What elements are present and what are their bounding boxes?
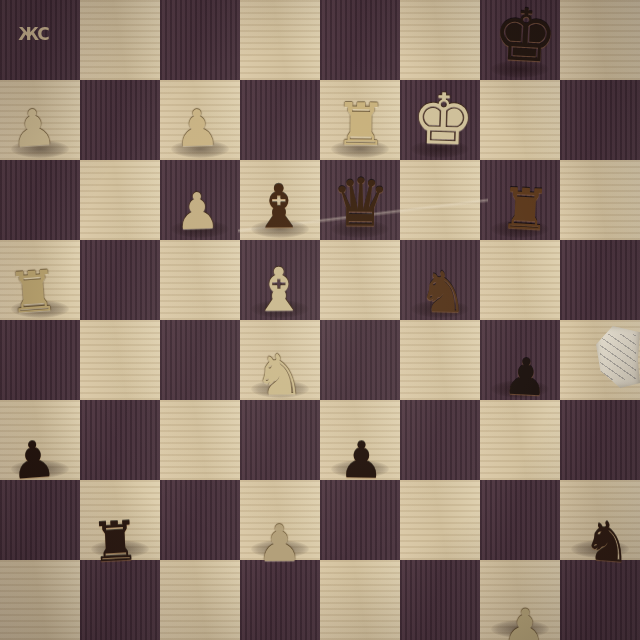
square-f3[interactable] [400,400,480,480]
piece-c7-white-pawn[interactable]: ♟ [160,80,240,160]
white-bishop-glyph: ♝ [252,261,306,319]
piece-f7-white-king[interactable]: ♚ [400,80,480,160]
white-rook-glyph: ♜ [335,97,388,153]
white-pawn-glyph: ♟ [502,604,547,640]
square-b5[interactable] [80,240,160,320]
square-b6[interactable] [80,160,160,240]
square-a6[interactable] [0,160,80,240]
piece-a3-black-pawn[interactable]: ♟ [0,400,80,480]
piece-g4-black-pawn[interactable]: ♟ [480,320,560,400]
square-c1[interactable] [160,560,240,640]
square-h8[interactable] [560,0,640,80]
square-d8[interactable] [240,0,320,80]
piece-d6-black-bishop[interactable]: ♝ [240,160,320,240]
piece-a7-white-pawn[interactable]: ♟ [0,80,80,160]
square-a2[interactable] [0,480,80,560]
piece-b2-black-rook[interactable]: ♜ [80,480,160,560]
piece-g8-black-king[interactable]: ♚ [480,0,560,80]
square-e1[interactable] [320,560,400,640]
square-e5[interactable] [320,240,400,320]
black-pawn-glyph: ♟ [9,435,57,486]
chess-board: ♚♟♟♜♚♟♝♛♜♜♝♞♞♟♟♟♜♟♞♟ [0,0,640,640]
black-bishop-glyph: ♝ [252,178,306,236]
piece-d2-white-pawn[interactable]: ♟ [240,480,320,560]
square-h5[interactable] [560,240,640,320]
square-c2[interactable] [160,480,240,560]
white-king-glyph: ♚ [411,85,476,153]
piece-a5-white-rook[interactable]: ♜ [0,240,80,320]
black-rook-glyph: ♜ [89,515,140,569]
square-b4[interactable] [80,320,160,400]
piece-g6-black-rook[interactable]: ♜ [480,160,560,240]
black-king-glyph: ♚ [491,0,559,71]
piece-g1-white-pawn[interactable]: ♟ [480,560,560,640]
square-e2[interactable] [320,480,400,560]
square-c5[interactable] [160,240,240,320]
piece-f5-black-knight[interactable]: ♞ [400,240,480,320]
square-h3[interactable] [560,400,640,480]
white-pawn-glyph: ♟ [9,103,57,154]
square-e8[interactable] [320,0,400,80]
board-maker-logo: ЖС [16,22,50,46]
square-h6[interactable] [560,160,640,240]
black-pawn-glyph: ♟ [501,353,548,403]
square-g7[interactable] [480,80,560,160]
square-f2[interactable] [400,480,480,560]
black-rook-glyph: ♜ [499,181,552,237]
square-g5[interactable] [480,240,560,320]
square-f8[interactable] [400,0,480,80]
square-h7[interactable] [560,80,640,160]
white-pawn-glyph: ♟ [256,520,301,568]
square-d7[interactable] [240,80,320,160]
square-d3[interactable] [240,400,320,480]
white-pawn-glyph: ♟ [174,187,220,236]
black-pawn-glyph: ♟ [338,437,383,485]
square-g3[interactable] [480,400,560,480]
piece-c6-white-pawn[interactable]: ♟ [160,160,240,240]
square-c8[interactable] [160,0,240,80]
square-g2[interactable] [480,480,560,560]
square-f1[interactable] [400,560,480,640]
piece-e7-white-rook[interactable]: ♜ [320,80,400,160]
piece-d4-white-knight[interactable]: ♞ [240,320,320,400]
piece-h2-black-knight[interactable]: ♞ [560,480,640,560]
square-c3[interactable] [160,400,240,480]
piece-d5-white-bishop[interactable]: ♝ [240,240,320,320]
black-knight-glyph: ♞ [417,265,469,320]
square-b7[interactable] [80,80,160,160]
square-b3[interactable] [80,400,160,480]
black-knight-glyph: ♞ [581,514,633,569]
square-a1[interactable] [0,560,80,640]
white-pawn-glyph: ♟ [174,104,220,153]
square-b8[interactable] [80,0,160,80]
chessboard-photo: ♚♟♟♜♚♟♝♛♜♜♝♞♞♟♟♟♜♟♞♟ ЖС [0,0,640,640]
white-knight-glyph: ♞ [254,348,305,402]
black-queen-glyph: ♛ [331,173,391,236]
square-e4[interactable] [320,320,400,400]
piece-e3-black-pawn[interactable]: ♟ [320,400,400,480]
square-c4[interactable] [160,320,240,400]
square-a4[interactable] [0,320,80,400]
square-f4[interactable] [400,320,480,400]
piece-e6-black-queen[interactable]: ♛ [320,160,400,240]
white-rook-glyph: ♜ [6,264,60,321]
